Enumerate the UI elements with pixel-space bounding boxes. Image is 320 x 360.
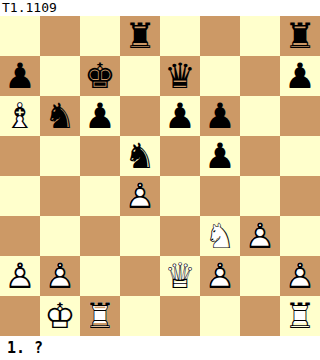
black-piece-glyph: ♟: [80, 96, 120, 136]
square-e6[interactable]: ♟: [160, 96, 200, 136]
black-piece-glyph: ♞: [40, 96, 80, 136]
white-piece-outline: ♙: [120, 176, 160, 216]
square-d3[interactable]: [120, 216, 160, 256]
square-h6[interactable]: [280, 96, 320, 136]
piece-black-king[interactable]: ♚: [80, 56, 120, 96]
piece-white-pawn[interactable]: ♟♙: [280, 256, 320, 296]
white-piece-outline: ♙: [240, 216, 280, 256]
square-a8[interactable]: [0, 16, 40, 56]
square-a3[interactable]: [0, 216, 40, 256]
square-g2[interactable]: [240, 256, 280, 296]
square-h2[interactable]: ♟♙: [280, 256, 320, 296]
square-d6[interactable]: [120, 96, 160, 136]
piece-black-rook[interactable]: ♜: [120, 16, 160, 56]
square-g1[interactable]: [240, 296, 280, 336]
black-piece-glyph: ♟: [200, 96, 240, 136]
piece-black-rook[interactable]: ♜: [280, 16, 320, 56]
white-piece-outline: ♙: [200, 256, 240, 296]
black-piece-glyph: ♟: [160, 96, 200, 136]
white-piece-outline: ♙: [0, 256, 40, 296]
square-e5[interactable]: [160, 136, 200, 176]
square-b5[interactable]: [40, 136, 80, 176]
square-a6[interactable]: ♝♗: [0, 96, 40, 136]
square-e3[interactable]: [160, 216, 200, 256]
black-piece-glyph: ♟: [280, 56, 320, 96]
piece-black-pawn[interactable]: ♟: [0, 56, 40, 96]
black-piece-glyph: ♟: [200, 136, 240, 176]
square-b3[interactable]: [40, 216, 80, 256]
square-c1[interactable]: ♜♖: [80, 296, 120, 336]
square-c5[interactable]: [80, 136, 120, 176]
piece-black-knight[interactable]: ♞: [40, 96, 80, 136]
piece-white-pawn[interactable]: ♟♙: [40, 256, 80, 296]
square-f2[interactable]: ♟♙: [200, 256, 240, 296]
square-a5[interactable]: [0, 136, 40, 176]
square-a7[interactable]: ♟: [0, 56, 40, 96]
square-d8[interactable]: ♜: [120, 16, 160, 56]
square-d1[interactable]: [120, 296, 160, 336]
square-e2[interactable]: ♛♕: [160, 256, 200, 296]
black-piece-glyph: ♛: [160, 56, 200, 96]
square-h1[interactable]: ♜♖: [280, 296, 320, 336]
square-f8[interactable]: [200, 16, 240, 56]
square-b1[interactable]: ♚♔: [40, 296, 80, 336]
square-b8[interactable]: [40, 16, 80, 56]
square-g4[interactable]: [240, 176, 280, 216]
piece-white-queen[interactable]: ♛♕: [160, 256, 200, 296]
square-c6[interactable]: ♟: [80, 96, 120, 136]
piece-black-pawn[interactable]: ♟: [80, 96, 120, 136]
piece-black-pawn[interactable]: ♟: [200, 96, 240, 136]
piece-black-queen[interactable]: ♛: [160, 56, 200, 96]
square-d7[interactable]: [120, 56, 160, 96]
piece-white-pawn[interactable]: ♟♙: [0, 256, 40, 296]
square-c8[interactable]: [80, 16, 120, 56]
piece-black-pawn[interactable]: ♟: [280, 56, 320, 96]
move-prompt: 1. ?: [0, 336, 320, 360]
square-h3[interactable]: [280, 216, 320, 256]
white-piece-outline: ♘: [200, 216, 240, 256]
piece-white-rook[interactable]: ♜♖: [280, 296, 320, 336]
piece-white-bishop[interactable]: ♝♗: [0, 96, 40, 136]
square-b2[interactable]: ♟♙: [40, 256, 80, 296]
square-b4[interactable]: [40, 176, 80, 216]
piece-white-knight[interactable]: ♞♘: [200, 216, 240, 256]
square-g5[interactable]: [240, 136, 280, 176]
square-g3[interactable]: ♟♙: [240, 216, 280, 256]
square-h7[interactable]: ♟: [280, 56, 320, 96]
piece-white-pawn[interactable]: ♟♙: [120, 176, 160, 216]
square-f1[interactable]: [200, 296, 240, 336]
square-c4[interactable]: [80, 176, 120, 216]
white-piece-outline: ♖: [80, 296, 120, 336]
black-piece-glyph: ♜: [280, 16, 320, 56]
piece-white-pawn[interactable]: ♟♙: [200, 256, 240, 296]
piece-white-king[interactable]: ♚♔: [40, 296, 80, 336]
square-f3[interactable]: ♞♘: [200, 216, 240, 256]
square-c2[interactable]: [80, 256, 120, 296]
square-f7[interactable]: [200, 56, 240, 96]
square-e4[interactable]: [160, 176, 200, 216]
square-a1[interactable]: [0, 296, 40, 336]
square-g8[interactable]: [240, 16, 280, 56]
white-piece-outline: ♙: [40, 256, 80, 296]
square-f5[interactable]: ♟: [200, 136, 240, 176]
square-b6[interactable]: ♞: [40, 96, 80, 136]
square-h8[interactable]: ♜: [280, 16, 320, 56]
piece-black-pawn[interactable]: ♟: [200, 136, 240, 176]
piece-black-knight[interactable]: ♞: [120, 136, 160, 176]
white-piece-outline: ♕: [160, 256, 200, 296]
square-g6[interactable]: [240, 96, 280, 136]
black-piece-glyph: ♜: [120, 16, 160, 56]
black-piece-glyph: ♚: [80, 56, 120, 96]
piece-white-rook[interactable]: ♜♖: [80, 296, 120, 336]
square-d5[interactable]: ♞: [120, 136, 160, 176]
square-h4[interactable]: [280, 176, 320, 216]
white-piece-outline: ♖: [280, 296, 320, 336]
black-piece-glyph: ♞: [120, 136, 160, 176]
square-d2[interactable]: [120, 256, 160, 296]
square-c7[interactable]: ♚: [80, 56, 120, 96]
square-d4[interactable]: ♟♙: [120, 176, 160, 216]
square-a2[interactable]: ♟♙: [0, 256, 40, 296]
square-e8[interactable]: [160, 16, 200, 56]
black-piece-glyph: ♟: [0, 56, 40, 96]
white-piece-outline: ♗: [0, 96, 40, 136]
square-h5[interactable]: [280, 136, 320, 176]
square-c3[interactable]: [80, 216, 120, 256]
piece-black-pawn[interactable]: ♟: [160, 96, 200, 136]
puzzle-title: T1.1109: [0, 0, 320, 16]
square-g7[interactable]: [240, 56, 280, 96]
square-f4[interactable]: [200, 176, 240, 216]
square-f6[interactable]: ♟: [200, 96, 240, 136]
chess-board: ♜♜♟♚♛♟♝♗♞♟♟♟♞♟♟♙♞♘♟♙♟♙♟♙♛♕♟♙♟♙♚♔♜♖♜♖: [0, 16, 320, 336]
white-piece-outline: ♔: [40, 296, 80, 336]
square-e7[interactable]: ♛: [160, 56, 200, 96]
square-a4[interactable]: [0, 176, 40, 216]
square-e1[interactable]: [160, 296, 200, 336]
square-b7[interactable]: [40, 56, 80, 96]
piece-white-pawn[interactable]: ♟♙: [240, 216, 280, 256]
white-piece-outline: ♙: [280, 256, 320, 296]
